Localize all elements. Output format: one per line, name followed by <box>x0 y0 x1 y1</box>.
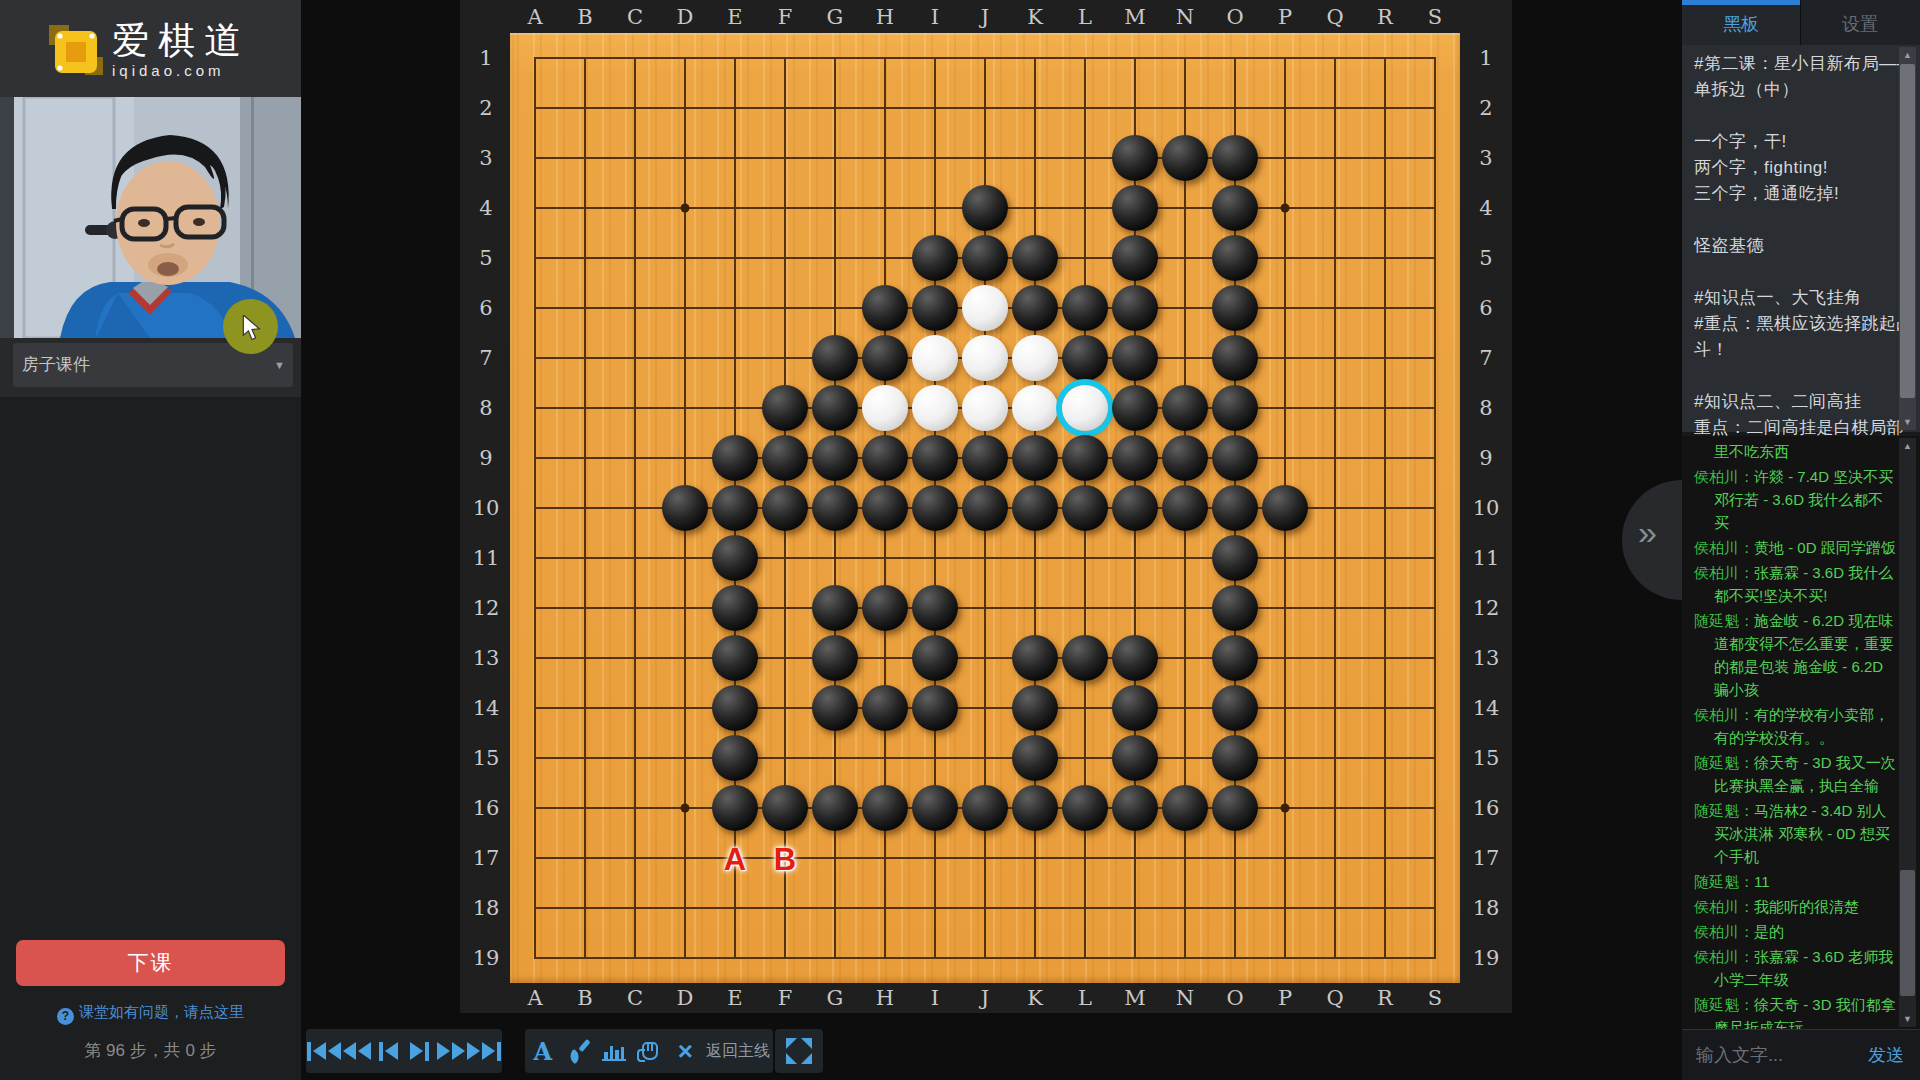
stone-I9 <box>912 435 958 481</box>
fast-forward-icon <box>452 1042 465 1060</box>
stone-G7 <box>812 335 858 381</box>
logo-domain: iqidao.com <box>112 62 250 79</box>
stone-M7 <box>1112 335 1158 381</box>
stone-E16 <box>712 785 758 831</box>
chat-message: 随延魁：徐天奇 - 3D 我们都拿魔尺折成车玩 <box>1694 993 1896 1029</box>
fast-rewind-button[interactable] <box>342 1033 372 1069</box>
star-point <box>681 204 690 213</box>
stone-F16 <box>762 785 808 831</box>
stone-G12 <box>812 585 858 631</box>
logo-icon <box>47 21 105 83</box>
coord-top-O: O <box>1226 5 1243 29</box>
blackboard-line: #知识点一、大飞挂角 <box>1694 285 1894 311</box>
blackboard-line: 怪盗基德 <box>1694 233 1894 259</box>
playback-toolbar <box>306 1029 502 1073</box>
grid-hline <box>534 907 1436 909</box>
stone-I12 <box>912 585 958 631</box>
skip-to-start-button[interactable] <box>307 1033 341 1069</box>
chat-message: 随延魁：马浩林2 - 3.4D 别人买冰淇淋 邓寒秋 - 0D 想买个手机 <box>1694 799 1896 868</box>
coord-left-12: 12 <box>473 596 500 620</box>
chat-message: 侯柏川：许燚 - 7.4D 坚决不买 邓行若 - 3.6D 我什么都不买 <box>1694 465 1896 534</box>
stone-M8 <box>1112 385 1158 431</box>
coord-right-11: 11 <box>1473 546 1500 570</box>
stone-G14 <box>812 685 858 731</box>
chat-scroll-thumb[interactable] <box>1900 870 1915 996</box>
grid-hline <box>534 857 1436 859</box>
blackboard-line <box>1694 207 1894 233</box>
step-back-icon <box>385 1042 398 1060</box>
tab-settings[interactable]: 设置 <box>1801 5 1919 45</box>
coord-left-7: 7 <box>479 346 492 370</box>
chevron-down-icon: ▼ <box>274 343 285 387</box>
stone-E9 <box>712 435 758 481</box>
fast-forward-icon <box>437 1042 450 1060</box>
chat-text: 11 <box>1754 873 1770 890</box>
skip-to-end-icon <box>482 1042 495 1060</box>
stone-M16 <box>1112 785 1158 831</box>
scroll-down-icon[interactable]: ▼ <box>1899 414 1916 430</box>
skip-to-start-icon <box>328 1042 341 1060</box>
chat-sender: 侯柏川： <box>1694 948 1754 965</box>
mouse-cursor-highlight <box>223 299 278 354</box>
stone-N8 <box>1162 385 1208 431</box>
grid-hline <box>534 557 1436 559</box>
blackboard-line: #重点：黑棋应该选择跳起战 <box>1694 311 1894 337</box>
coord-left-9: 9 <box>479 446 492 470</box>
courseware-dropdown-row: 房子课件 ▼ <box>0 338 301 397</box>
stone-O11 <box>1212 535 1258 581</box>
stone-O10 <box>1212 485 1258 531</box>
stone-G16 <box>812 785 858 831</box>
stone-M3 <box>1112 135 1158 181</box>
chat-text: 黄地 - 0D 跟同学蹭饭 <box>1754 539 1896 556</box>
coord-top-G: G <box>827 5 844 29</box>
chat-sender: 随延魁： <box>1694 873 1754 890</box>
stone-M6 <box>1112 285 1158 331</box>
coord-top-J: J <box>981 5 989 29</box>
step-back-button[interactable] <box>373 1033 403 1069</box>
stone-D10 <box>662 485 708 531</box>
coord-bottom-S: S <box>1428 986 1442 1010</box>
skip-to-end-icon <box>467 1042 480 1060</box>
stone-M9 <box>1112 435 1158 481</box>
coord-bottom-D: D <box>677 986 694 1010</box>
chat-scrollbar[interactable]: ▲ ▼ <box>1899 438 1916 1027</box>
coord-top-A: A <box>527 5 542 29</box>
coord-top-P: P <box>1278 5 1292 29</box>
send-button[interactable]: 发送 <box>1868 1030 1904 1080</box>
coord-bottom-P: P <box>1278 986 1292 1010</box>
grid-hline <box>534 707 1436 709</box>
coord-right-14: 14 <box>1473 696 1500 720</box>
scroll-down-icon[interactable]: ▼ <box>1899 1011 1916 1027</box>
star-point <box>1281 204 1290 213</box>
coord-right-16: 16 <box>1473 796 1500 820</box>
stone-E12 <box>712 585 758 631</box>
coord-left-8: 8 <box>479 396 492 420</box>
grid-hline <box>534 607 1436 609</box>
fullscreen-icon <box>786 1038 812 1064</box>
coord-right-8: 8 <box>1479 396 1492 420</box>
tools-toolbar: A×返回主线 <box>525 1029 773 1073</box>
help-link-label: 课堂如有问题，请点这里 <box>79 1003 244 1020</box>
stone-K6 <box>1012 285 1058 331</box>
fast-rewind-icon <box>358 1042 371 1060</box>
sidebar-spacer <box>0 397 301 940</box>
chat-sender: 侯柏川： <box>1694 468 1754 485</box>
grid-hline <box>534 657 1436 659</box>
step-forward-icon <box>425 1042 429 1061</box>
stone-H8 <box>862 385 908 431</box>
chat-message-overflow: 里不吃东西 <box>1694 440 1896 463</box>
coord-right-4: 4 <box>1479 196 1492 220</box>
skip-to-end-icon <box>497 1042 501 1061</box>
stone-O15 <box>1212 735 1258 781</box>
chat-message: 随延魁：施金岐 - 6.2D 现在味道都变得不怎么重要，重要的都是包装 施金岐 … <box>1694 609 1896 701</box>
board-panel: AB AABBCCDDEEFFGGHHIIJJKKLLMMNNOOPPQQRRS… <box>301 0 1682 1080</box>
chat-input[interactable]: 输入文字... <box>1696 1030 1783 1080</box>
stone-F9 <box>762 435 808 481</box>
skip-to-start-icon <box>307 1042 311 1061</box>
stone-J8 <box>962 385 1008 431</box>
stone-H16 <box>862 785 908 831</box>
stone-H14 <box>862 685 908 731</box>
stone-J9 <box>962 435 1008 481</box>
stone-L8 <box>1062 385 1108 431</box>
left-sidebar: 爱棋道 iqidao.com <box>0 0 301 1080</box>
stone-L6 <box>1062 285 1108 331</box>
coord-bottom-N: N <box>1176 986 1194 1010</box>
coord-right-1: 1 <box>1479 46 1492 70</box>
blackboard-scrollbar[interactable]: ▲ ▼ <box>1899 47 1916 430</box>
stone-O7 <box>1212 335 1258 381</box>
coord-top-C: C <box>627 5 643 29</box>
skip-to-start-icon <box>313 1042 326 1060</box>
stone-G13 <box>812 635 858 681</box>
coord-bottom-I: I <box>931 986 939 1010</box>
coord-right-9: 9 <box>1479 446 1492 470</box>
stone-J5 <box>962 235 1008 281</box>
sidebar-bottom: 下课 ?课堂如有问题，请点这里 第 96 步，共 0 步 <box>0 940 301 1080</box>
mouse-cursor-icon <box>241 315 263 341</box>
coord-bottom-A: A <box>527 986 542 1010</box>
coord-right-19: 19 <box>1473 946 1500 970</box>
coord-bottom-G: G <box>827 986 844 1010</box>
logo-title: 爱棋道 <box>112 22 250 60</box>
chat-message: 侯柏川：是的 <box>1694 920 1896 943</box>
stone-E14 <box>712 685 758 731</box>
stone-K16 <box>1012 785 1058 831</box>
logo-block: 爱棋道 iqidao.com <box>0 0 301 97</box>
stone-P10 <box>1262 485 1308 531</box>
double-chevron-right-icon: » <box>1638 513 1657 552</box>
coord-top-Q: Q <box>1326 5 1343 29</box>
chat-message-list: 里不吃东西侯柏川：许燚 - 7.4D 坚决不买 邓行若 - 3.6D 我什么都不… <box>1682 436 1920 1029</box>
coord-bottom-M: M <box>1124 986 1146 1010</box>
coord-bottom-B: B <box>577 986 592 1010</box>
return-mainline-button[interactable]: 返回主线 <box>706 1041 770 1062</box>
board-frame: AB AABBCCDDEEFFGGHHIIJJKKLLMMNNOOPPQQRRS… <box>460 0 1512 1013</box>
chat-message: 侯柏川：张嘉霖 - 3.6D 老师我小学二年级 <box>1694 945 1896 991</box>
coord-left-11: 11 <box>473 546 500 570</box>
stone-G8 <box>812 385 858 431</box>
chat-message: 侯柏川：张嘉霖 - 3.6D 我什么都不买!坚决不买! <box>1694 561 1896 607</box>
coord-bottom-C: C <box>627 986 643 1010</box>
coord-left-15: 15 <box>473 746 500 770</box>
fast-rewind-icon <box>343 1042 356 1060</box>
stone-K10 <box>1012 485 1058 531</box>
coord-top-B: B <box>577 5 592 29</box>
stone-F10 <box>762 485 808 531</box>
stone-N3 <box>1162 135 1208 181</box>
text-tool-button[interactable]: A <box>528 1033 558 1069</box>
star-point <box>1281 804 1290 813</box>
chat-text: 是的 <box>1754 923 1784 940</box>
grid-vline <box>1384 57 1386 959</box>
chat-sender: 侯柏川： <box>1694 564 1754 581</box>
stone-L7 <box>1062 335 1108 381</box>
scroll-up-icon[interactable]: ▲ <box>1899 438 1916 454</box>
stone-E15 <box>712 735 758 781</box>
stone-I10 <box>912 485 958 531</box>
move-counter: 第 96 步，共 0 步 <box>0 1039 301 1062</box>
stone-J16 <box>962 785 1008 831</box>
stone-E10 <box>712 485 758 531</box>
stone-I16 <box>912 785 958 831</box>
stone-N9 <box>1162 435 1208 481</box>
stone-O5 <box>1212 235 1258 281</box>
chat-sender: 随延魁： <box>1694 754 1754 771</box>
stone-O9 <box>1212 435 1258 481</box>
stone-K14 <box>1012 685 1058 731</box>
stone-O12 <box>1212 585 1258 631</box>
star-point <box>681 804 690 813</box>
tab-bar: 黑板 设置 <box>1682 0 1920 45</box>
courseware-dropdown-label: 房子课件 <box>22 355 90 374</box>
stone-F8 <box>762 385 808 431</box>
coord-right-2: 2 <box>1479 96 1492 120</box>
blackboard-notes: #第二课：星小目新布局——单拆边（中） 一个字，干!两个字，fighting!三… <box>1682 45 1920 432</box>
coord-left-3: 3 <box>479 146 492 170</box>
grid-vline <box>1334 57 1336 959</box>
stone-H10 <box>862 485 908 531</box>
brush-tool-button[interactable] <box>563 1033 593 1069</box>
chat-sender: 随延魁： <box>1694 802 1754 819</box>
coord-top-E: E <box>727 5 742 29</box>
blackboard-line <box>1694 363 1894 389</box>
coord-top-N: N <box>1176 5 1194 29</box>
stone-K15 <box>1012 735 1058 781</box>
scroll-up-icon[interactable]: ▲ <box>1899 47 1916 63</box>
blackboard-line: 两个字，fighting! <box>1694 155 1894 181</box>
coord-left-16: 16 <box>473 796 500 820</box>
stone-L16 <box>1062 785 1108 831</box>
text-tool-icon: A <box>534 1037 553 1066</box>
coord-right-10: 10 <box>1473 496 1500 520</box>
stone-O8 <box>1212 385 1258 431</box>
tab-blackboard[interactable]: 黑板 <box>1682 5 1800 45</box>
stone-M4 <box>1112 185 1158 231</box>
stone-J10 <box>962 485 1008 531</box>
coord-top-I: I <box>931 5 939 29</box>
coord-left-4: 4 <box>479 196 492 220</box>
coord-top-R: R <box>1377 5 1393 29</box>
coord-right-5: 5 <box>1479 246 1492 270</box>
coord-top-K: K <box>1027 5 1043 29</box>
coord-bottom-K: K <box>1027 986 1043 1010</box>
fast-forward-button[interactable] <box>436 1033 466 1069</box>
chat-text: 我能听的很清楚 <box>1754 898 1859 915</box>
fullscreen-button[interactable] <box>784 1033 814 1069</box>
stone-O3 <box>1212 135 1258 181</box>
coord-right-17: 17 <box>1473 846 1500 870</box>
coord-top-F: F <box>778 5 793 29</box>
chat-message: 随延魁：徐天奇 - 3D 我又一次比赛执黑全赢，执白全输 <box>1694 751 1896 797</box>
coord-top-H: H <box>876 5 894 29</box>
fullscreen-toolbar <box>775 1029 823 1073</box>
step-forward-button[interactable] <box>405 1033 435 1069</box>
coord-top-D: D <box>677 5 694 29</box>
coord-top-L: L <box>1078 5 1092 29</box>
chat-sender: 随延魁： <box>1694 612 1754 629</box>
blackboard-line: 斗！ <box>1694 337 1894 363</box>
stone-K7 <box>1012 335 1058 381</box>
close-tool-button[interactable]: × <box>670 1033 700 1069</box>
chat-sender: 侯柏川： <box>1694 898 1754 915</box>
grid-hline <box>534 757 1436 759</box>
chat-sender: 侯柏川： <box>1694 539 1754 556</box>
blackboard-line <box>1694 259 1894 285</box>
stone-N16 <box>1162 785 1208 831</box>
coord-right-15: 15 <box>1473 746 1500 770</box>
stone-M5 <box>1112 235 1158 281</box>
stone-H6 <box>862 285 908 331</box>
blackboard-scroll-thumb[interactable] <box>1900 64 1915 398</box>
stone-I8 <box>912 385 958 431</box>
stone-K5 <box>1012 235 1058 281</box>
blackboard-line <box>1694 103 1894 129</box>
stone-O4 <box>1212 185 1258 231</box>
chat-input-bar: 输入文字... 发送 <box>1682 1029 1920 1080</box>
stone-J6 <box>962 285 1008 331</box>
stone-K9 <box>1012 435 1058 481</box>
coord-right-18: 18 <box>1473 896 1500 920</box>
stone-O13 <box>1212 635 1258 681</box>
coord-right-3: 3 <box>1479 146 1492 170</box>
coord-bottom-J: J <box>981 986 989 1010</box>
stone-E11 <box>712 535 758 581</box>
brush-tool-icon <box>566 1039 590 1063</box>
stone-K13 <box>1012 635 1058 681</box>
coord-bottom-R: R <box>1377 986 1393 1010</box>
blackboard-line: 三个字，通通吃掉! <box>1694 181 1894 207</box>
grid-vline <box>1434 57 1436 959</box>
coord-right-6: 6 <box>1479 296 1492 320</box>
stone-H9 <box>862 435 908 481</box>
marker-label-B: B <box>774 842 796 878</box>
coord-left-18: 18 <box>473 896 500 920</box>
stone-O16 <box>1212 785 1258 831</box>
coord-bottom-F: F <box>778 986 793 1010</box>
marker-label-A: A <box>724 842 746 878</box>
coord-left-14: 14 <box>473 696 500 720</box>
stone-L13 <box>1062 635 1108 681</box>
hand-tool-icon <box>642 1042 658 1060</box>
chat-sender: 侯柏川： <box>1694 923 1754 940</box>
stone-G10 <box>812 485 858 531</box>
coord-left-1: 1 <box>479 46 492 70</box>
chat-sender: 侯柏川： <box>1694 706 1754 723</box>
chat-message: 侯柏川：黄地 - 0D 跟同学蹭饭 <box>1694 536 1896 559</box>
chat-message: 侯柏川：有的学校有小卖部，有的学校没有。。 <box>1694 703 1896 749</box>
stone-I14 <box>912 685 958 731</box>
hand-tool-button[interactable] <box>635 1033 665 1069</box>
coord-bottom-H: H <box>876 986 894 1010</box>
coord-bottom-E: E <box>727 986 742 1010</box>
grid-hline <box>534 957 1436 959</box>
stone-K8 <box>1012 385 1058 431</box>
coord-bottom-O: O <box>1226 986 1243 1010</box>
stone-H7 <box>862 335 908 381</box>
coord-top-S: S <box>1428 5 1442 29</box>
stone-M15 <box>1112 735 1158 781</box>
stone-E13 <box>712 635 758 681</box>
coord-right-12: 12 <box>1473 596 1500 620</box>
help-link[interactable]: ?课堂如有问题，请点这里 <box>0 1003 301 1025</box>
coord-left-6: 6 <box>479 296 492 320</box>
coord-left-5: 5 <box>479 246 492 270</box>
blackboard-line: #知识点二、二间高挂 <box>1694 389 1894 415</box>
stone-L10 <box>1062 485 1108 531</box>
stone-M14 <box>1112 685 1158 731</box>
stone-J4 <box>962 185 1008 231</box>
chat-sender: 随延魁： <box>1694 996 1754 1013</box>
stone-J7 <box>962 335 1008 381</box>
stone-M13 <box>1112 635 1158 681</box>
stone-I7 <box>912 335 958 381</box>
coord-left-17: 17 <box>473 846 500 870</box>
end-class-button[interactable]: 下课 <box>16 940 285 986</box>
chat-message: 随延魁：11 <box>1694 870 1896 893</box>
coord-left-13: 13 <box>473 646 500 670</box>
step-back-icon <box>379 1042 383 1061</box>
coord-right-7: 7 <box>1479 346 1492 370</box>
close-tool-icon: × <box>678 1036 693 1067</box>
stone-G9 <box>812 435 858 481</box>
right-panel: 黑板 设置 #第二课：星小目新布局——单拆边（中） 一个字，干!两个字，figh… <box>1682 0 1920 1080</box>
stone-N10 <box>1162 485 1208 531</box>
coord-top-M: M <box>1124 5 1146 29</box>
stone-O6 <box>1212 285 1258 331</box>
stone-H12 <box>862 585 908 631</box>
coord-left-19: 19 <box>473 946 500 970</box>
tab-divider <box>1800 0 1801 45</box>
go-board[interactable]: AB <box>510 33 1460 983</box>
chart-tool-icon <box>602 1041 626 1061</box>
blackboard-line: 一个字，干! <box>1694 129 1894 155</box>
coord-left-2: 2 <box>479 96 492 120</box>
question-icon: ? <box>57 1008 74 1025</box>
coord-left-10: 10 <box>473 496 500 520</box>
stone-O14 <box>1212 685 1258 731</box>
blackboard-line: 单拆边（中） <box>1694 77 1894 103</box>
skip-to-end-button[interactable] <box>467 1033 501 1069</box>
stone-I6 <box>912 285 958 331</box>
chat-message: 侯柏川：我能听的很清楚 <box>1694 895 1896 918</box>
stone-M10 <box>1112 485 1158 531</box>
blackboard-line: #第二课：星小目新布局—— <box>1694 51 1894 77</box>
chart-tool-button[interactable] <box>599 1033 629 1069</box>
